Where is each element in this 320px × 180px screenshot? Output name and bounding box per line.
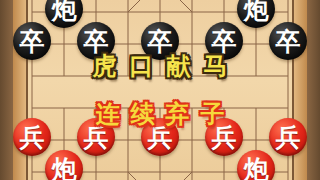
caption-top: 虎口献马: [0, 50, 320, 82]
caption-bottom: 连续弃子: [0, 98, 320, 130]
pieces-layer: 炮炮卒卒卒卒卒兵兵兵兵兵炮炮: [0, 0, 320, 180]
piece-red-cannon-h7[interactable]: 炮: [237, 150, 275, 180]
piece-black-cannon-h2[interactable]: 炮: [237, 0, 275, 28]
video-frame: 炮炮卒卒卒卒卒兵兵兵兵兵炮炮 虎口献马 连续弃子: [0, 0, 320, 180]
piece-red-cannon-b7[interactable]: 炮: [45, 150, 83, 180]
piece-black-cannon-b2[interactable]: 炮: [45, 0, 83, 28]
